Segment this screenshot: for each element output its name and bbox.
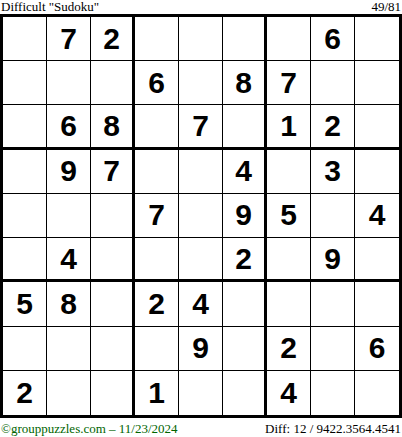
cell-r8c5[interactable]: 9	[179, 327, 223, 371]
cell-r9c1[interactable]: 2	[3, 371, 47, 415]
cell-r2c8[interactable]	[311, 61, 355, 105]
copyright-text: ©grouppuzzles.com – 11/23/2024	[1, 421, 178, 436]
cell-r1c7[interactable]	[267, 17, 311, 61]
cell-r8c7[interactable]: 2	[267, 327, 311, 371]
cell-r8c2[interactable]	[47, 327, 91, 371]
cell-r8c3[interactable]	[91, 327, 135, 371]
puzzle-title: Difficult "Sudoku"	[1, 0, 99, 13]
cell-r1c1[interactable]	[3, 17, 47, 61]
cell-r3c3[interactable]: 8	[91, 105, 135, 149]
cell-r1c8[interactable]: 6	[311, 17, 355, 61]
cell-r8c8[interactable]	[311, 327, 355, 371]
cell-r6c6[interactable]: 2	[223, 238, 267, 282]
cell-r1c4[interactable]	[135, 17, 179, 61]
cell-r4c3[interactable]: 7	[91, 150, 135, 194]
cell-r7c2[interactable]: 8	[47, 282, 91, 326]
cell-r6c8[interactable]: 9	[311, 238, 355, 282]
cell-r2c1[interactable]	[3, 61, 47, 105]
cell-r2c5[interactable]	[179, 61, 223, 105]
difficulty-text: Diff: 12 / 9422.3564.4541	[265, 421, 401, 436]
cell-r1c3[interactable]: 2	[91, 17, 135, 61]
cell-r2c4[interactable]: 6	[135, 61, 179, 105]
cell-r3c5[interactable]: 7	[179, 105, 223, 149]
cell-r6c7[interactable]	[267, 238, 311, 282]
cell-r2c9[interactable]	[355, 61, 399, 105]
cell-r6c4[interactable]	[135, 238, 179, 282]
cell-r3c4[interactable]	[135, 105, 179, 149]
cell-r7c6[interactable]	[223, 282, 267, 326]
cell-r9c7[interactable]: 4	[267, 371, 311, 415]
cell-r3c6[interactable]	[223, 105, 267, 149]
cell-r9c2[interactable]	[47, 371, 91, 415]
cell-r1c9[interactable]	[355, 17, 399, 61]
cell-r7c5[interactable]: 4	[179, 282, 223, 326]
cell-r1c6[interactable]	[223, 17, 267, 61]
cell-r9c3[interactable]	[91, 371, 135, 415]
cell-r4c6[interactable]: 4	[223, 150, 267, 194]
cell-r3c1[interactable]	[3, 105, 47, 149]
cell-r7c3[interactable]	[91, 282, 135, 326]
cell-r9c5[interactable]	[179, 371, 223, 415]
cell-r9c9[interactable]	[355, 371, 399, 415]
cell-r7c4[interactable]: 2	[135, 282, 179, 326]
header: Difficult "Sudoku" 49/81	[0, 0, 402, 14]
cell-r8c1[interactable]	[3, 327, 47, 371]
cell-r5c6[interactable]: 9	[223, 194, 267, 238]
cell-r5c4[interactable]: 7	[135, 194, 179, 238]
cell-r3c7[interactable]: 1	[267, 105, 311, 149]
cell-r7c8[interactable]	[311, 282, 355, 326]
cell-r4c9[interactable]	[355, 150, 399, 194]
cell-r8c6[interactable]	[223, 327, 267, 371]
cell-r5c9[interactable]: 4	[355, 194, 399, 238]
cell-r6c2[interactable]: 4	[47, 238, 91, 282]
cell-r4c5[interactable]	[179, 150, 223, 194]
cell-r4c4[interactable]	[135, 150, 179, 194]
cell-r2c7[interactable]: 7	[267, 61, 311, 105]
cell-r5c1[interactable]	[3, 194, 47, 238]
cell-r2c2[interactable]	[47, 61, 91, 105]
footer: ©grouppuzzles.com – 11/23/2024 Diff: 12 …	[0, 421, 402, 436]
cell-r8c4[interactable]	[135, 327, 179, 371]
cell-r5c8[interactable]	[311, 194, 355, 238]
cell-r4c8[interactable]: 3	[311, 150, 355, 194]
cell-r9c8[interactable]	[311, 371, 355, 415]
cell-r5c5[interactable]	[179, 194, 223, 238]
cell-r6c1[interactable]	[3, 238, 47, 282]
cell-r5c2[interactable]	[47, 194, 91, 238]
cell-r6c9[interactable]	[355, 238, 399, 282]
cell-r1c5[interactable]	[179, 17, 223, 61]
cell-r6c3[interactable]	[91, 238, 135, 282]
cell-r8c9[interactable]: 6	[355, 327, 399, 371]
cell-r4c2[interactable]: 9	[47, 150, 91, 194]
cell-r9c4[interactable]: 1	[135, 371, 179, 415]
cell-r6c5[interactable]	[179, 238, 223, 282]
cell-r7c1[interactable]: 5	[3, 282, 47, 326]
cell-r3c2[interactable]: 6	[47, 105, 91, 149]
cell-r7c9[interactable]	[355, 282, 399, 326]
cell-r2c3[interactable]	[91, 61, 135, 105]
cell-r3c9[interactable]	[355, 105, 399, 149]
empty-cell-counter: 49/81	[371, 0, 401, 13]
cell-r7c7[interactable]	[267, 282, 311, 326]
cell-r5c7[interactable]: 5	[267, 194, 311, 238]
cell-r1c2[interactable]: 7	[47, 17, 91, 61]
cell-r2c6[interactable]: 8	[223, 61, 267, 105]
cell-r4c7[interactable]	[267, 150, 311, 194]
sudoku-page: Difficult "Sudoku" 49/81 726687687129743…	[0, 0, 402, 437]
cell-r4c1[interactable]	[3, 150, 47, 194]
cell-r5c3[interactable]	[91, 194, 135, 238]
sudoku-grid: 72668768712974379544295824926214	[0, 14, 402, 418]
cell-r3c8[interactable]: 2	[311, 105, 355, 149]
cell-r9c6[interactable]	[223, 371, 267, 415]
